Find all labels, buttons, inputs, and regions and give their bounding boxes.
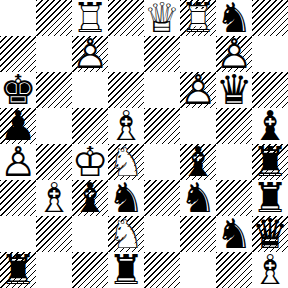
piece-black-queen: ♛ [216,72,252,108]
square-b8[interactable] [36,0,72,36]
piece-white-pawn: ♟♙ [180,72,216,108]
square-e3[interactable] [144,180,180,216]
square-e5[interactable] [144,108,180,144]
square-e6[interactable] [144,72,180,108]
square-a4[interactable]: ♟♙ [0,144,36,180]
square-f3[interactable]: ♞ [180,180,216,216]
square-c7[interactable]: ♟♙ [72,36,108,72]
square-b3[interactable]: ♝♗ [36,180,72,216]
square-b7[interactable] [36,36,72,72]
piece-white-pawn: ♟♙ [72,36,108,72]
piece-black-bishop: ♝ [72,180,108,216]
square-f2[interactable] [180,216,216,252]
square-d7[interactable] [108,36,144,72]
square-g5[interactable] [216,108,252,144]
square-h1[interactable]: ♝♗ [252,252,288,288]
square-e1[interactable] [144,252,180,288]
square-e2[interactable] [144,216,180,252]
chess-board: ♜♖♛♕♜♖♞♟♙♟♙♚♟♙♛♟♝♗♝♟♙♚♔♞♘♝♜♝♗♝♞♞♜♞♘♞♛♜♜♝… [0,0,288,288]
square-e8[interactable]: ♛♕ [144,0,180,36]
square-c6[interactable] [72,72,108,108]
square-b5[interactable] [36,108,72,144]
square-g1[interactable] [216,252,252,288]
square-a8[interactable] [0,0,36,36]
piece-white-bishop: ♝♗ [36,180,72,216]
square-g4[interactable] [216,144,252,180]
square-d1[interactable]: ♜ [108,252,144,288]
square-a1[interactable]: ♜ [0,252,36,288]
square-g2[interactable]: ♞ [216,216,252,252]
square-f6[interactable]: ♟♙ [180,72,216,108]
square-e7[interactable] [144,36,180,72]
square-a3[interactable] [0,180,36,216]
square-h8[interactable] [252,0,288,36]
square-g6[interactable]: ♛ [216,72,252,108]
square-b2[interactable] [36,216,72,252]
square-e4[interactable] [144,144,180,180]
piece-black-knight: ♞ [216,216,252,252]
square-b6[interactable] [36,72,72,108]
square-b1[interactable] [36,252,72,288]
piece-black-knight: ♞ [180,180,216,216]
square-c1[interactable] [72,252,108,288]
square-f1[interactable] [180,252,216,288]
piece-white-queen: ♛♕ [144,0,180,36]
piece-black-rook: ♜ [108,252,144,288]
square-f8[interactable]: ♜♖ [180,0,216,36]
piece-white-rook: ♜♖ [180,0,216,36]
square-c3[interactable]: ♝ [72,180,108,216]
square-d8[interactable] [108,0,144,36]
square-c2[interactable] [72,216,108,252]
square-h7[interactable] [252,36,288,72]
piece-black-rook: ♜ [0,252,36,288]
piece-white-bishop: ♝♗ [252,252,288,288]
piece-white-pawn: ♟♙ [0,144,36,180]
